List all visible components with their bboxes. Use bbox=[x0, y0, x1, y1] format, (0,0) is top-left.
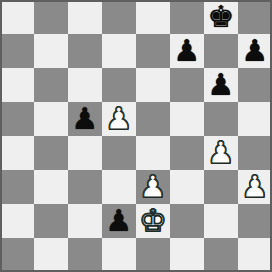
black-pawn[interactable]: ♟ bbox=[242, 34, 269, 68]
square-b8[interactable] bbox=[34, 0, 68, 34]
square-a5[interactable] bbox=[0, 102, 34, 136]
square-d4[interactable] bbox=[102, 136, 136, 170]
square-b6[interactable] bbox=[34, 68, 68, 102]
chess-board: ♚♟♟♟♟♟♟♟♟♟♚ bbox=[0, 0, 272, 272]
square-f3[interactable] bbox=[170, 170, 204, 204]
white-pawn[interactable]: ♟ bbox=[106, 102, 133, 136]
square-g5[interactable] bbox=[204, 102, 238, 136]
square-a4[interactable] bbox=[0, 136, 34, 170]
square-e8[interactable] bbox=[136, 0, 170, 34]
black-king[interactable]: ♚ bbox=[208, 0, 235, 34]
square-a6[interactable] bbox=[0, 68, 34, 102]
square-d7[interactable] bbox=[102, 34, 136, 68]
square-g6[interactable]: ♟ bbox=[204, 68, 238, 102]
square-b3[interactable] bbox=[34, 170, 68, 204]
square-d3[interactable] bbox=[102, 170, 136, 204]
square-d2[interactable]: ♟ bbox=[102, 204, 136, 238]
square-h8[interactable] bbox=[238, 0, 272, 34]
square-h1[interactable] bbox=[238, 238, 272, 272]
square-h5[interactable] bbox=[238, 102, 272, 136]
square-d1[interactable] bbox=[102, 238, 136, 272]
square-h4[interactable] bbox=[238, 136, 272, 170]
black-pawn[interactable]: ♟ bbox=[174, 34, 201, 68]
square-f6[interactable] bbox=[170, 68, 204, 102]
square-h6[interactable] bbox=[238, 68, 272, 102]
white-pawn[interactable]: ♟ bbox=[242, 170, 269, 204]
square-d5[interactable]: ♟ bbox=[102, 102, 136, 136]
square-g2[interactable] bbox=[204, 204, 238, 238]
square-h2[interactable] bbox=[238, 204, 272, 238]
square-f5[interactable] bbox=[170, 102, 204, 136]
square-g3[interactable] bbox=[204, 170, 238, 204]
square-a1[interactable] bbox=[0, 238, 34, 272]
square-e6[interactable] bbox=[136, 68, 170, 102]
square-b1[interactable] bbox=[34, 238, 68, 272]
square-d6[interactable] bbox=[102, 68, 136, 102]
square-e1[interactable] bbox=[136, 238, 170, 272]
square-h3[interactable]: ♟ bbox=[238, 170, 272, 204]
square-g8[interactable]: ♚ bbox=[204, 0, 238, 34]
square-g4[interactable]: ♟ bbox=[204, 136, 238, 170]
square-e7[interactable] bbox=[136, 34, 170, 68]
white-king[interactable]: ♚ bbox=[140, 204, 167, 238]
square-f8[interactable] bbox=[170, 0, 204, 34]
black-pawn[interactable]: ♟ bbox=[72, 102, 99, 136]
black-pawn[interactable]: ♟ bbox=[208, 68, 235, 102]
square-c8[interactable] bbox=[68, 0, 102, 34]
square-c4[interactable] bbox=[68, 136, 102, 170]
square-a7[interactable] bbox=[0, 34, 34, 68]
square-b2[interactable] bbox=[34, 204, 68, 238]
chess-board-container: ♚♟♟♟♟♟♟♟♟♟♚ bbox=[0, 0, 272, 272]
square-a8[interactable] bbox=[0, 0, 34, 34]
square-f4[interactable] bbox=[170, 136, 204, 170]
square-f1[interactable] bbox=[170, 238, 204, 272]
square-c6[interactable] bbox=[68, 68, 102, 102]
square-b5[interactable] bbox=[34, 102, 68, 136]
square-b7[interactable] bbox=[34, 34, 68, 68]
square-c1[interactable] bbox=[68, 238, 102, 272]
square-e5[interactable] bbox=[136, 102, 170, 136]
black-pawn[interactable]: ♟ bbox=[106, 204, 133, 238]
square-f7[interactable]: ♟ bbox=[170, 34, 204, 68]
square-g7[interactable] bbox=[204, 34, 238, 68]
square-d8[interactable] bbox=[102, 0, 136, 34]
square-g1[interactable] bbox=[204, 238, 238, 272]
square-h7[interactable]: ♟ bbox=[238, 34, 272, 68]
square-c2[interactable] bbox=[68, 204, 102, 238]
square-c5[interactable]: ♟ bbox=[68, 102, 102, 136]
square-f2[interactable] bbox=[170, 204, 204, 238]
square-c7[interactable] bbox=[68, 34, 102, 68]
square-a3[interactable] bbox=[0, 170, 34, 204]
square-b4[interactable] bbox=[34, 136, 68, 170]
square-a2[interactable] bbox=[0, 204, 34, 238]
square-e2[interactable]: ♚ bbox=[136, 204, 170, 238]
square-e4[interactable] bbox=[136, 136, 170, 170]
white-pawn[interactable]: ♟ bbox=[140, 170, 167, 204]
square-c3[interactable] bbox=[68, 170, 102, 204]
white-pawn[interactable]: ♟ bbox=[208, 136, 235, 170]
square-e3[interactable]: ♟ bbox=[136, 170, 170, 204]
